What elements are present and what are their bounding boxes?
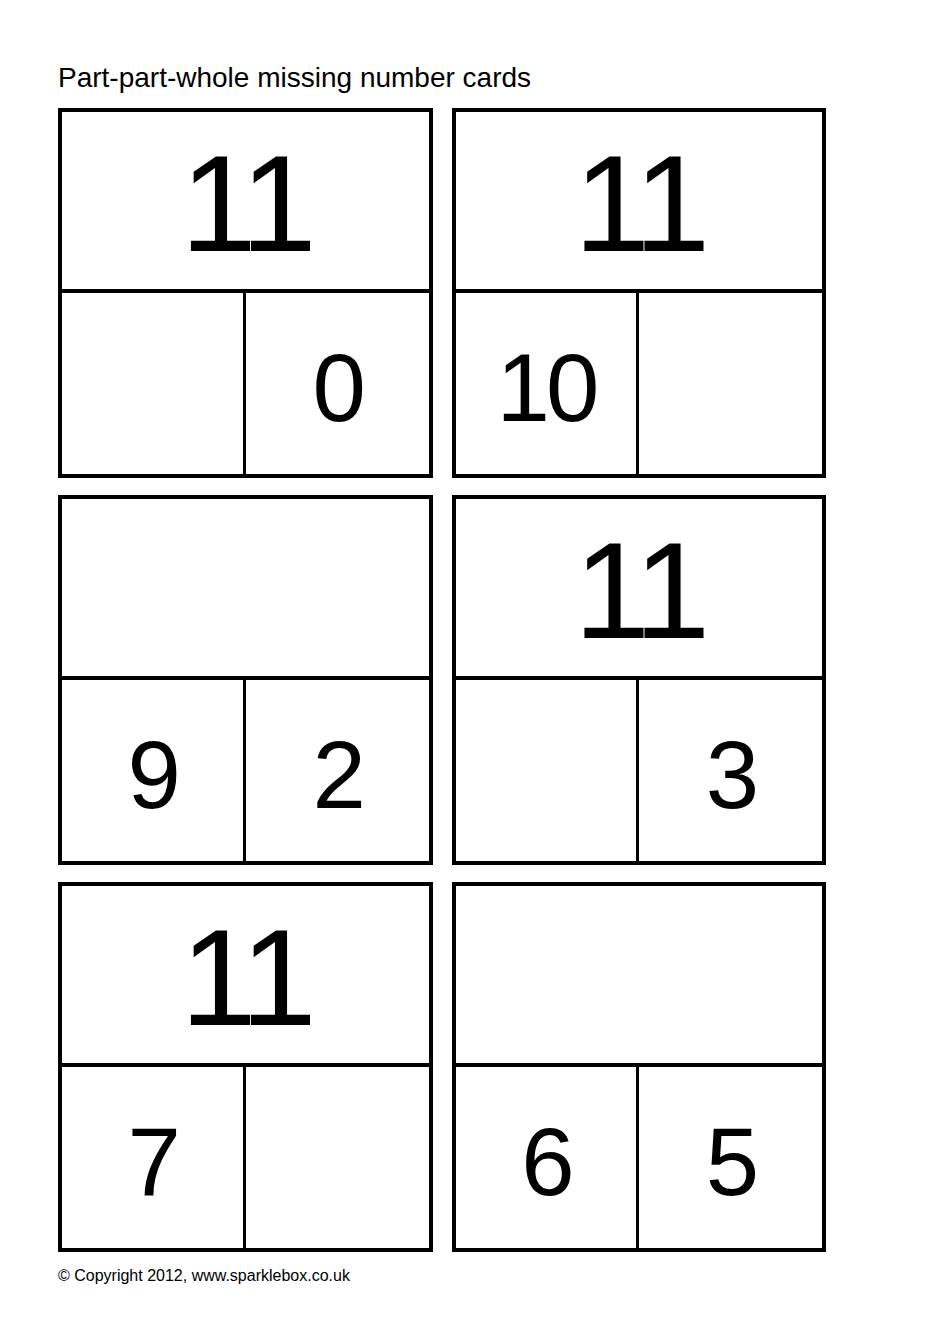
- card-2-whole-cell: 11: [456, 112, 822, 293]
- card-6-whole-cell: [456, 886, 822, 1067]
- card-2-part-left-cell: 10: [456, 293, 639, 474]
- card-2-part-right-cell: [639, 293, 822, 474]
- card-6-part-right-cell: 5: [639, 1067, 822, 1248]
- card-4-part-right-cell: 3: [639, 680, 822, 861]
- card-1-part-left-cell: [62, 293, 246, 474]
- card-4-part-left-cell: [456, 680, 639, 861]
- card-3-part-right-cell: 2: [246, 680, 430, 861]
- ppw-card-1: 11 0: [58, 108, 433, 478]
- cards-grid: 11 0 11 10 9 2 11 3 11 7 6 5: [58, 108, 826, 1252]
- card-5-part-left-cell: 7: [62, 1067, 246, 1248]
- card-3-part-left-cell: 9: [62, 680, 246, 861]
- card-1-whole-cell: 11: [62, 112, 429, 293]
- ppw-card-4: 11 3: [452, 495, 826, 865]
- ppw-card-6: 6 5: [452, 882, 826, 1252]
- card-6-part-left-cell: 6: [456, 1067, 639, 1248]
- copyright-footer: © Copyright 2012, www.sparklebox.co.uk: [58, 1267, 350, 1285]
- card-5-part-right-cell: [246, 1067, 430, 1248]
- card-4-whole-cell: 11: [456, 499, 822, 680]
- card-3-whole-cell: [62, 499, 429, 680]
- ppw-card-5: 11 7: [58, 882, 433, 1252]
- page-title: Part-part-whole missing number cards: [58, 62, 531, 94]
- ppw-card-2: 11 10: [452, 108, 826, 478]
- card-5-whole-cell: 11: [62, 886, 429, 1067]
- worksheet-page: Part-part-whole missing number cards 11 …: [0, 0, 950, 1344]
- ppw-card-3: 9 2: [58, 495, 433, 865]
- card-1-part-right-cell: 0: [246, 293, 430, 474]
